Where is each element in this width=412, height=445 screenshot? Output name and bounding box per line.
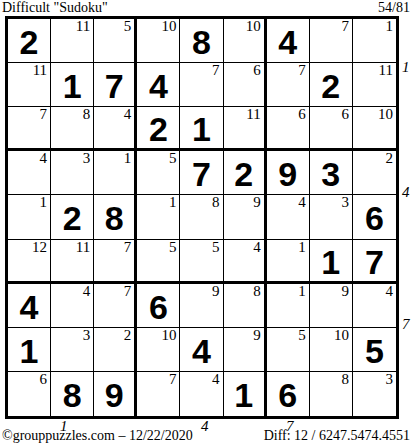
pencil-mark: 7 xyxy=(40,107,48,122)
pencil-mark: 6 xyxy=(298,107,306,122)
pencil-mark: 7 xyxy=(212,63,220,78)
pencil-mark: 4 xyxy=(40,151,48,166)
pencil-mark: 1 xyxy=(124,151,132,166)
cell-r2c6: 6 xyxy=(224,63,267,107)
cell-r6c9: 7 xyxy=(353,240,396,284)
footer-difficulty: Diff: 12 / 6247.5474.4551 xyxy=(264,428,410,443)
cell-r9c3: 9 xyxy=(94,372,137,416)
cell-r3c2: 8 xyxy=(51,107,94,151)
row-label-7: 7 xyxy=(402,317,410,332)
cell-r1c8: 7 xyxy=(310,19,353,63)
cell-r1c6: 10 xyxy=(224,19,267,63)
cell-r3c3: 4 xyxy=(94,107,137,151)
pencil-mark: 11 xyxy=(246,107,260,122)
cell-value: 7 xyxy=(365,245,384,279)
cell-value: 3 xyxy=(321,157,340,191)
puzzle-page: Difficult "Sudoku" 54/81 211510810471111… xyxy=(0,0,412,445)
cell-r3c7: 6 xyxy=(267,107,310,151)
cell-r4c3: 1 xyxy=(94,151,137,195)
cell-r7c5: 9 xyxy=(180,284,223,328)
pencil-mark: 11 xyxy=(76,19,90,34)
pencil-mark: 2 xyxy=(385,151,393,166)
cell-r7c3: 7 xyxy=(94,284,137,328)
cell-value: 7 xyxy=(105,69,124,103)
cell-r1c5: 8 xyxy=(180,19,223,63)
pencil-mark: 7 xyxy=(341,19,349,34)
cell-r8c8: 10 xyxy=(310,328,353,372)
pencil-mark: 10 xyxy=(246,19,261,34)
pencil-mark: 3 xyxy=(83,328,91,343)
pencil-mark: 1 xyxy=(40,195,48,210)
pencil-mark: 10 xyxy=(161,328,176,343)
pencil-mark: 1 xyxy=(385,19,393,34)
cell-value: 4 xyxy=(20,290,39,324)
cell-r9c1: 6 xyxy=(8,372,51,416)
cell-r5c6: 9 xyxy=(224,195,267,239)
cell-r1c9: 1 xyxy=(353,19,396,63)
pencil-mark: 10 xyxy=(334,328,349,343)
cell-r9c7: 6 xyxy=(267,372,310,416)
cell-value: 2 xyxy=(20,25,39,59)
pencil-mark: 10 xyxy=(378,107,393,122)
pencil-mark: 5 xyxy=(298,328,306,343)
cell-r6c1: 12 xyxy=(8,240,51,284)
pencil-mark: 4 xyxy=(83,284,91,299)
cell-r6c3: 7 xyxy=(94,240,137,284)
col-label-4: 4 xyxy=(201,419,209,434)
cell-r2c5: 7 xyxy=(180,63,223,107)
pencil-mark: 1 xyxy=(298,284,306,299)
cell-value: 8 xyxy=(63,378,82,412)
pencil-mark: 4 xyxy=(124,107,132,122)
cell-r4c9: 2 xyxy=(353,151,396,195)
cell-r5c3: 8 xyxy=(94,195,137,239)
cell-r9c6: 1 xyxy=(224,372,267,416)
cell-r9c4: 7 xyxy=(137,372,180,416)
cell-r8c3: 2 xyxy=(94,328,137,372)
pencil-mark: 11 xyxy=(33,63,47,78)
cell-value: 8 xyxy=(192,25,211,59)
cell-value: 4 xyxy=(149,69,168,103)
pencil-mark: 5 xyxy=(169,151,177,166)
cell-r2c2: 1 xyxy=(51,63,94,107)
cell-r7c9: 4 xyxy=(353,284,396,328)
pencil-mark: 9 xyxy=(253,195,261,210)
cell-r4c6: 2 xyxy=(224,151,267,195)
pencil-mark: 4 xyxy=(253,240,261,255)
footer-copyright: ©grouppuzzles.com – 12/22/2020 xyxy=(2,428,193,443)
cell-r4c1: 4 xyxy=(8,151,51,195)
cell-value: 1 xyxy=(234,378,253,412)
cell-r9c2: 8 xyxy=(51,372,94,416)
cell-r9c8: 8 xyxy=(310,372,353,416)
cell-r2c4: 4 xyxy=(137,63,180,107)
cell-r5c7: 4 xyxy=(267,195,310,239)
cell-value: 2 xyxy=(321,69,340,103)
pencil-mark: 3 xyxy=(385,372,393,387)
sudoku-board: 2115108104711117476721178421116610431572… xyxy=(5,16,399,419)
pencil-mark: 12 xyxy=(32,240,47,255)
pencil-mark: 7 xyxy=(169,372,177,387)
pencil-mark: 9 xyxy=(253,328,261,343)
cell-r2c8: 2 xyxy=(310,63,353,107)
cell-r8c5: 4 xyxy=(180,328,223,372)
cell-r6c8: 1 xyxy=(310,240,353,284)
cell-value: 4 xyxy=(278,25,297,59)
cell-value: 4 xyxy=(192,334,211,368)
cell-r4c2: 3 xyxy=(51,151,94,195)
pencil-mark: 3 xyxy=(83,151,91,166)
page-title: Difficult "Sudoku" xyxy=(2,0,108,15)
cell-r9c9: 3 xyxy=(353,372,396,416)
cell-r5c1: 1 xyxy=(8,195,51,239)
cell-r9c5: 4 xyxy=(180,372,223,416)
cell-r3c4: 2 xyxy=(137,107,180,151)
cell-value: 6 xyxy=(278,378,297,412)
cell-r5c5: 8 xyxy=(180,195,223,239)
pencil-mark: 8 xyxy=(83,107,91,122)
row-label-4: 4 xyxy=(402,185,410,200)
cell-value: 6 xyxy=(149,290,168,324)
cell-r4c5: 7 xyxy=(180,151,223,195)
cell-r1c3: 5 xyxy=(94,19,137,63)
cell-value: 2 xyxy=(149,112,168,146)
cell-value: 9 xyxy=(278,157,297,191)
cell-r4c8: 3 xyxy=(310,151,353,195)
cell-value: 1 xyxy=(63,69,82,103)
cell-r2c1: 11 xyxy=(8,63,51,107)
cell-r7c1: 4 xyxy=(8,284,51,328)
pencil-mark: 5 xyxy=(124,19,132,34)
pencil-mark: 11 xyxy=(379,63,393,78)
cell-r2c9: 11 xyxy=(353,63,396,107)
pencil-mark: 5 xyxy=(169,240,177,255)
cell-r6c6: 4 xyxy=(224,240,267,284)
pencil-mark: 9 xyxy=(212,284,220,299)
cell-value: 5 xyxy=(365,334,384,368)
cell-r4c4: 5 xyxy=(137,151,180,195)
cell-value: 7 xyxy=(192,157,211,191)
pencil-mark: 1 xyxy=(298,240,306,255)
pencil-mark: 6 xyxy=(40,372,48,387)
pencil-mark: 5 xyxy=(212,240,220,255)
cell-value: 8 xyxy=(105,201,124,235)
cell-r2c3: 7 xyxy=(94,63,137,107)
cell-value: 1 xyxy=(321,245,340,279)
cell-r3c5: 1 xyxy=(180,107,223,151)
cell-r8c7: 5 xyxy=(267,328,310,372)
cell-r7c6: 8 xyxy=(224,284,267,328)
progress-counter: 54/81 xyxy=(378,0,410,15)
cell-r7c8: 9 xyxy=(310,284,353,328)
cell-r8c6: 9 xyxy=(224,328,267,372)
pencil-mark: 7 xyxy=(124,284,132,299)
cell-r5c9: 6 xyxy=(353,195,396,239)
cell-value: 2 xyxy=(63,201,82,235)
pencil-mark: 10 xyxy=(161,19,176,34)
cell-r8c4: 10 xyxy=(137,328,180,372)
cell-r3c6: 11 xyxy=(224,107,267,151)
pencil-mark: 7 xyxy=(124,240,132,255)
cell-r7c2: 4 xyxy=(51,284,94,328)
pencil-mark: 1 xyxy=(169,195,177,210)
cell-r3c8: 6 xyxy=(310,107,353,151)
cell-r7c4: 6 xyxy=(137,284,180,328)
cell-r6c2: 11 xyxy=(51,240,94,284)
pencil-mark: 9 xyxy=(341,284,349,299)
pencil-mark: 6 xyxy=(341,107,349,122)
cell-r6c4: 5 xyxy=(137,240,180,284)
row-label-1: 1 xyxy=(402,60,410,75)
cell-r5c4: 1 xyxy=(137,195,180,239)
cell-r5c8: 3 xyxy=(310,195,353,239)
cell-r6c7: 1 xyxy=(267,240,310,284)
cell-r4c7: 9 xyxy=(267,151,310,195)
cell-value: 6 xyxy=(365,201,384,235)
pencil-mark: 8 xyxy=(341,372,349,387)
pencil-mark: 8 xyxy=(253,284,261,299)
cell-value: 1 xyxy=(192,112,211,146)
cell-r7c7: 1 xyxy=(267,284,310,328)
cell-r8c1: 1 xyxy=(8,328,51,372)
cell-r3c9: 10 xyxy=(353,107,396,151)
cell-r8c2: 3 xyxy=(51,328,94,372)
pencil-mark: 3 xyxy=(341,195,349,210)
cell-r8c9: 5 xyxy=(353,328,396,372)
pencil-mark: 4 xyxy=(385,284,393,299)
cell-r5c2: 2 xyxy=(51,195,94,239)
pencil-mark: 8 xyxy=(212,195,220,210)
cell-r1c7: 4 xyxy=(267,19,310,63)
cell-value: 2 xyxy=(234,157,253,191)
pencil-mark: 11 xyxy=(76,240,90,255)
cell-r1c1: 2 xyxy=(8,19,51,63)
cell-value: 9 xyxy=(105,378,124,412)
cell-r1c2: 11 xyxy=(51,19,94,63)
pencil-mark: 4 xyxy=(298,195,306,210)
cell-value: 1 xyxy=(20,334,39,368)
pencil-mark: 7 xyxy=(298,63,306,78)
cell-r3c1: 7 xyxy=(8,107,51,151)
pencil-mark: 4 xyxy=(212,372,220,387)
cell-r2c7: 7 xyxy=(267,63,310,107)
cell-r1c4: 10 xyxy=(137,19,180,63)
cell-r6c5: 5 xyxy=(180,240,223,284)
pencil-mark: 2 xyxy=(124,328,132,343)
pencil-mark: 6 xyxy=(253,63,261,78)
